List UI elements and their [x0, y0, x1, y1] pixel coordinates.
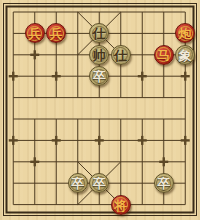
xiangqi-board[interactable]: 兵兵仕炮帅仕马象卒卒卒卒将	[0, 0, 200, 220]
olive-general-piece[interactable]: 帅	[89, 45, 109, 65]
piece-ring	[70, 176, 85, 191]
red-soldier-piece[interactable]: 兵	[25, 23, 45, 43]
piece-ring	[92, 47, 107, 62]
olive-elephant-piece[interactable]: 象	[175, 45, 195, 65]
piece-ring	[113, 47, 128, 62]
piece-character: 卒	[69, 174, 87, 192]
olive-soldier-piece[interactable]: 卒	[89, 66, 109, 86]
piece-character: 马	[155, 46, 173, 64]
piece-ring	[92, 69, 107, 84]
piece-character: 炮	[176, 24, 194, 42]
piece-character: 卒	[155, 174, 173, 192]
red-cannon-piece[interactable]: 炮	[175, 23, 195, 43]
piece-character: 将	[112, 196, 130, 214]
piece-ring	[92, 176, 107, 191]
board-grid[interactable]: 兵兵仕炮帅仕马象卒卒卒卒将	[3, 1, 197, 215]
olive-soldier-piece[interactable]: 卒	[68, 173, 88, 193]
piece-character: 帅	[90, 46, 108, 64]
piece-ring	[113, 197, 128, 212]
red-horse-piece[interactable]: 马	[154, 45, 174, 65]
piece-ring	[92, 26, 107, 41]
piece-ring	[178, 26, 193, 41]
piece-ring	[178, 47, 193, 62]
piece-character: 兵	[26, 24, 44, 42]
olive-soldier-piece[interactable]: 卒	[154, 173, 174, 193]
olive-advisor-piece[interactable]: 仕	[111, 45, 131, 65]
piece-ring	[156, 47, 171, 62]
red-soldier-piece[interactable]: 兵	[46, 23, 66, 43]
olive-soldier-piece[interactable]: 卒	[89, 173, 109, 193]
piece-character: 象	[176, 46, 194, 64]
piece-ring	[49, 26, 64, 41]
piece-character: 兵	[47, 24, 65, 42]
piece-character: 仕	[90, 24, 108, 42]
piece-character: 卒	[90, 67, 108, 85]
piece-ring	[27, 26, 42, 41]
red-general-piece[interactable]: 将	[111, 195, 131, 215]
piece-character: 卒	[90, 174, 108, 192]
piece-character: 仕	[112, 46, 130, 64]
piece-ring	[156, 176, 171, 191]
olive-advisor-piece[interactable]: 仕	[89, 23, 109, 43]
